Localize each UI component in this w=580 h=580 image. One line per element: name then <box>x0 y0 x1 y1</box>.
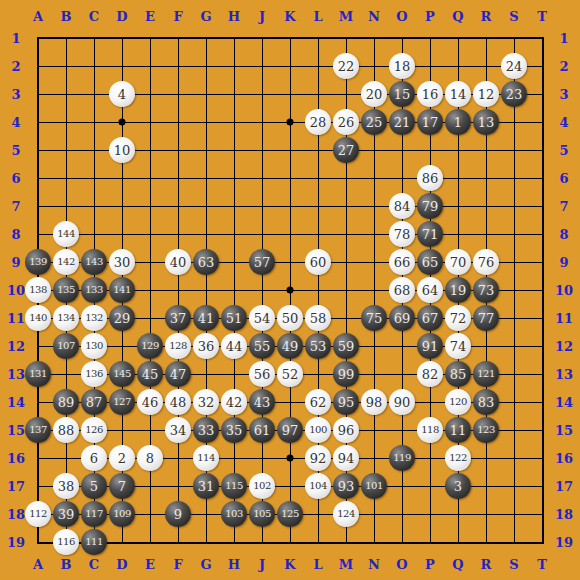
stone-black-M5[interactable]: 27 <box>333 137 359 163</box>
move-number: 46 <box>142 396 159 409</box>
move-number: 145 <box>113 369 131 379</box>
move-number: 92 <box>310 452 327 465</box>
stone-black-R11[interactable]: 77 <box>473 305 499 331</box>
stone-white-G14[interactable]: 32 <box>193 389 219 415</box>
stone-black-C18[interactable]: 117 <box>81 501 107 527</box>
move-number: 144 <box>57 229 75 239</box>
row-label-right-19: 19 <box>555 536 573 549</box>
move-number: 71 <box>422 228 439 241</box>
stone-white-O10[interactable]: 68 <box>389 277 415 303</box>
col-label-bottom-D: D <box>116 558 127 571</box>
stone-black-H17[interactable]: 115 <box>221 473 247 499</box>
move-number: 50 <box>282 312 299 325</box>
stone-white-J11[interactable]: 54 <box>249 305 275 331</box>
stone-white-D9[interactable]: 30 <box>109 249 135 275</box>
row-label-right-17: 17 <box>555 480 573 493</box>
move-number: 85 <box>450 368 467 381</box>
move-number: 52 <box>282 368 299 381</box>
stone-white-Q14[interactable]: 120 <box>445 389 471 415</box>
col-label-bottom-F: F <box>173 558 182 571</box>
stone-black-B14[interactable]: 89 <box>53 389 79 415</box>
move-number: 41 <box>198 312 215 325</box>
stone-white-H12[interactable]: 44 <box>221 333 247 359</box>
stone-white-A11[interactable]: 140 <box>25 305 51 331</box>
row-label-right-14: 14 <box>555 396 573 409</box>
stone-white-L11[interactable]: 58 <box>305 305 331 331</box>
stone-black-D18[interactable]: 109 <box>109 501 135 527</box>
move-number: 101 <box>365 481 383 491</box>
move-number: 35 <box>226 424 243 437</box>
stone-black-M17[interactable]: 93 <box>333 473 359 499</box>
stone-black-G11[interactable]: 41 <box>193 305 219 331</box>
stone-black-Q13[interactable]: 85 <box>445 361 471 387</box>
row-label-left-6: 6 <box>11 172 20 185</box>
col-label-bottom-J: J <box>259 558 265 571</box>
move-number: 22 <box>338 60 355 73</box>
stone-black-H15[interactable]: 35 <box>221 417 247 443</box>
move-number: 133 <box>85 285 103 295</box>
move-number: 136 <box>85 369 103 379</box>
move-number: 24 <box>506 60 523 73</box>
stone-white-L4[interactable]: 28 <box>305 109 331 135</box>
stone-white-J17[interactable]: 102 <box>249 473 275 499</box>
move-number: 77 <box>478 312 495 325</box>
stone-white-N14[interactable]: 98 <box>361 389 387 415</box>
stone-black-N11[interactable]: 75 <box>361 305 387 331</box>
col-label-top-T: T <box>537 10 547 23</box>
row-label-left-14: 14 <box>7 396 25 409</box>
stone-white-M16[interactable]: 94 <box>333 445 359 471</box>
stone-white-K13[interactable]: 52 <box>277 361 303 387</box>
stone-black-D13[interactable]: 145 <box>109 361 135 387</box>
move-number: 61 <box>254 424 271 437</box>
move-number: 137 <box>29 425 47 435</box>
move-number: 59 <box>338 340 355 353</box>
stone-white-O7[interactable]: 84 <box>389 193 415 219</box>
move-number: 73 <box>478 284 495 297</box>
stone-white-G16[interactable]: 114 <box>193 445 219 471</box>
move-number: 54 <box>254 312 271 325</box>
col-label-top-D: D <box>116 10 127 23</box>
move-number: 129 <box>141 341 159 351</box>
col-label-top-L: L <box>313 10 322 23</box>
stone-black-N17[interactable]: 101 <box>361 473 387 499</box>
col-label-top-J: J <box>259 10 265 23</box>
stone-white-K11[interactable]: 50 <box>277 305 303 331</box>
row-label-right-4: 4 <box>559 116 568 129</box>
move-number: 31 <box>198 480 215 493</box>
stone-black-R10[interactable]: 73 <box>473 277 499 303</box>
move-number: 105 <box>253 509 271 519</box>
move-number: 131 <box>29 369 47 379</box>
stone-white-C16[interactable]: 6 <box>81 445 107 471</box>
stone-white-Q12[interactable]: 74 <box>445 333 471 359</box>
stone-white-H14[interactable]: 42 <box>221 389 247 415</box>
stone-black-F11[interactable]: 37 <box>165 305 191 331</box>
move-number: 83 <box>478 396 495 409</box>
stone-black-P9[interactable]: 65 <box>417 249 443 275</box>
col-label-bottom-C: C <box>89 558 99 571</box>
stone-black-L12[interactable]: 53 <box>305 333 331 359</box>
stone-black-Q17[interactable]: 3 <box>445 473 471 499</box>
row-label-left-5: 5 <box>11 144 20 157</box>
move-number: 10 <box>114 144 131 157</box>
move-number: 34 <box>170 424 187 437</box>
stone-black-J9[interactable]: 57 <box>249 249 275 275</box>
stone-white-P15[interactable]: 118 <box>417 417 443 443</box>
stone-black-R13[interactable]: 121 <box>473 361 499 387</box>
stone-white-B11[interactable]: 134 <box>53 305 79 331</box>
stone-black-H18[interactable]: 103 <box>221 501 247 527</box>
stone-white-F14[interactable]: 48 <box>165 389 191 415</box>
move-number: 141 <box>113 285 131 295</box>
stone-black-F18[interactable]: 9 <box>165 501 191 527</box>
col-label-bottom-E: E <box>145 558 155 571</box>
stone-white-E14[interactable]: 46 <box>137 389 163 415</box>
stone-black-P8[interactable]: 71 <box>417 221 443 247</box>
stone-black-J18[interactable]: 105 <box>249 501 275 527</box>
move-number: 86 <box>422 172 439 185</box>
stone-white-N3[interactable]: 20 <box>361 81 387 107</box>
stone-black-C14[interactable]: 87 <box>81 389 107 415</box>
stone-black-F13[interactable]: 47 <box>165 361 191 387</box>
stone-black-Q4[interactable]: 1 <box>445 109 471 135</box>
stone-black-P7[interactable]: 79 <box>417 193 443 219</box>
move-number: 134 <box>57 313 75 323</box>
stone-black-K15[interactable]: 97 <box>277 417 303 443</box>
move-number: 130 <box>85 341 103 351</box>
row-label-left-2: 2 <box>11 60 20 73</box>
move-number: 23 <box>506 88 523 101</box>
stone-white-L9[interactable]: 60 <box>305 249 331 275</box>
move-number: 12 <box>478 88 495 101</box>
move-number: 78 <box>394 228 411 241</box>
move-number: 55 <box>254 340 271 353</box>
move-number: 94 <box>338 452 355 465</box>
stone-white-R3[interactable]: 12 <box>473 81 499 107</box>
stone-white-O14[interactable]: 90 <box>389 389 415 415</box>
stone-black-A15[interactable]: 137 <box>25 417 51 443</box>
stone-black-J15[interactable]: 61 <box>249 417 275 443</box>
col-label-bottom-Q: Q <box>452 558 463 571</box>
col-label-top-Q: Q <box>452 10 463 23</box>
stone-black-P11[interactable]: 67 <box>417 305 443 331</box>
move-number: 39 <box>58 508 75 521</box>
stone-white-M2[interactable]: 22 <box>333 53 359 79</box>
move-number: 88 <box>58 424 75 437</box>
move-number: 98 <box>366 396 383 409</box>
stone-black-E12[interactable]: 129 <box>137 333 163 359</box>
stone-white-B19[interactable]: 116 <box>53 529 79 555</box>
stone-black-C17[interactable]: 5 <box>81 473 107 499</box>
stone-white-B9[interactable]: 142 <box>53 249 79 275</box>
move-number: 40 <box>170 256 187 269</box>
stone-white-P3[interactable]: 16 <box>417 81 443 107</box>
move-number: 135 <box>57 285 75 295</box>
stone-black-A13[interactable]: 131 <box>25 361 51 387</box>
stone-black-Q10[interactable]: 19 <box>445 277 471 303</box>
col-label-bottom-O: O <box>396 558 407 571</box>
stone-white-Q3[interactable]: 14 <box>445 81 471 107</box>
col-label-bottom-M: M <box>339 558 353 571</box>
stone-white-B8[interactable]: 144 <box>53 221 79 247</box>
row-label-right-15: 15 <box>555 424 573 437</box>
stone-black-B12[interactable]: 107 <box>53 333 79 359</box>
stone-white-B17[interactable]: 38 <box>53 473 79 499</box>
col-label-top-P: P <box>425 10 435 23</box>
col-label-bottom-N: N <box>368 558 380 571</box>
stone-white-D3[interactable]: 4 <box>109 81 135 107</box>
col-label-top-H: H <box>228 10 240 23</box>
stone-black-M13[interactable]: 99 <box>333 361 359 387</box>
stone-white-L16[interactable]: 92 <box>305 445 331 471</box>
col-label-top-B: B <box>61 10 72 23</box>
row-label-right-9: 9 <box>559 256 568 269</box>
stone-black-B10[interactable]: 135 <box>53 277 79 303</box>
stone-white-P10[interactable]: 64 <box>417 277 443 303</box>
stone-black-K12[interactable]: 49 <box>277 333 303 359</box>
move-number: 64 <box>422 284 439 297</box>
move-number: 123 <box>477 425 495 435</box>
stone-white-L17[interactable]: 104 <box>305 473 331 499</box>
move-number: 3 <box>454 480 462 493</box>
move-number: 87 <box>86 396 103 409</box>
move-number: 33 <box>198 424 215 437</box>
row-label-left-11: 11 <box>7 312 25 325</box>
move-number: 90 <box>394 396 411 409</box>
col-label-bottom-H: H <box>228 558 240 571</box>
move-number: 63 <box>198 256 215 269</box>
move-number: 95 <box>338 396 355 409</box>
move-number: 97 <box>282 424 299 437</box>
stone-black-R4[interactable]: 13 <box>473 109 499 135</box>
stone-black-S3[interactable]: 23 <box>501 81 527 107</box>
row-label-left-3: 3 <box>11 88 20 101</box>
move-number: 132 <box>85 313 103 323</box>
row-label-left-16: 16 <box>7 452 25 465</box>
move-number: 60 <box>310 256 327 269</box>
move-number: 99 <box>338 368 355 381</box>
stone-black-D11[interactable]: 29 <box>109 305 135 331</box>
stone-white-R9[interactable]: 76 <box>473 249 499 275</box>
move-number: 72 <box>450 312 467 325</box>
stone-white-F12[interactable]: 128 <box>165 333 191 359</box>
col-label-bottom-T: T <box>537 558 547 571</box>
star-point-K16 <box>287 455 294 462</box>
move-number: 96 <box>338 424 355 437</box>
stone-black-D10[interactable]: 141 <box>109 277 135 303</box>
row-label-right-5: 5 <box>559 144 568 157</box>
stone-black-G9[interactable]: 63 <box>193 249 219 275</box>
stone-black-M14[interactable]: 95 <box>333 389 359 415</box>
stone-white-O8[interactable]: 78 <box>389 221 415 247</box>
stone-black-K18[interactable]: 125 <box>277 501 303 527</box>
stone-black-Q15[interactable]: 11 <box>445 417 471 443</box>
move-number: 48 <box>170 396 187 409</box>
move-number: 89 <box>58 396 75 409</box>
move-number: 2 <box>118 452 126 465</box>
col-label-top-K: K <box>284 10 295 23</box>
move-number: 19 <box>450 284 467 297</box>
move-number: 124 <box>337 509 355 519</box>
move-number: 14 <box>450 88 467 101</box>
stone-black-B18[interactable]: 39 <box>53 501 79 527</box>
stone-black-R14[interactable]: 83 <box>473 389 499 415</box>
stone-white-A18[interactable]: 112 <box>25 501 51 527</box>
stone-black-J14[interactable]: 43 <box>249 389 275 415</box>
row-label-right-13: 13 <box>555 368 573 381</box>
row-label-right-3: 3 <box>559 88 568 101</box>
stone-black-C19[interactable]: 111 <box>81 529 107 555</box>
stone-black-H11[interactable]: 51 <box>221 305 247 331</box>
stone-white-P13[interactable]: 82 <box>417 361 443 387</box>
stone-white-A10[interactable]: 138 <box>25 277 51 303</box>
move-number: 11 <box>450 424 467 437</box>
move-number: 84 <box>394 200 411 213</box>
move-number: 5 <box>90 480 98 493</box>
stone-white-Q11[interactable]: 72 <box>445 305 471 331</box>
move-number: 117 <box>85 509 103 519</box>
stone-white-M4[interactable]: 26 <box>333 109 359 135</box>
move-number: 127 <box>113 397 131 407</box>
stone-white-C13[interactable]: 136 <box>81 361 107 387</box>
move-number: 47 <box>170 368 187 381</box>
stone-white-F9[interactable]: 40 <box>165 249 191 275</box>
stone-black-D17[interactable]: 7 <box>109 473 135 499</box>
stone-white-D5[interactable]: 10 <box>109 137 135 163</box>
row-label-right-10: 10 <box>555 284 573 297</box>
col-label-top-F: F <box>173 10 182 23</box>
move-number: 65 <box>422 256 439 269</box>
move-number: 66 <box>394 256 411 269</box>
stone-white-Q16[interactable]: 122 <box>445 445 471 471</box>
move-number: 93 <box>338 480 355 493</box>
col-label-bottom-R: R <box>481 558 492 571</box>
stone-white-C11[interactable]: 132 <box>81 305 107 331</box>
move-number: 115 <box>225 481 243 491</box>
move-number: 143 <box>85 257 103 267</box>
row-label-right-8: 8 <box>559 228 568 241</box>
stone-black-D14[interactable]: 127 <box>109 389 135 415</box>
stone-white-S2[interactable]: 24 <box>501 53 527 79</box>
move-number: 13 <box>478 116 495 129</box>
stone-white-J13[interactable]: 56 <box>249 361 275 387</box>
row-label-right-1: 1 <box>559 32 568 45</box>
col-label-top-S: S <box>509 10 518 23</box>
col-label-bottom-P: P <box>425 558 435 571</box>
stone-black-J12[interactable]: 55 <box>249 333 275 359</box>
move-number: 6 <box>90 452 98 465</box>
stone-white-C15[interactable]: 126 <box>81 417 107 443</box>
go-board[interactable]: ABCDEFGHJKLMNOPQRST ABCDEFGHJKLMNOPQRST … <box>0 0 580 580</box>
stone-black-C9[interactable]: 143 <box>81 249 107 275</box>
col-label-top-E: E <box>145 10 155 23</box>
row-label-left-13: 13 <box>7 368 25 381</box>
row-label-right-6: 6 <box>559 172 568 185</box>
stone-white-Q9[interactable]: 70 <box>445 249 471 275</box>
move-number: 8 <box>146 452 154 465</box>
move-number: 29 <box>114 312 131 325</box>
stone-white-M15[interactable]: 96 <box>333 417 359 443</box>
stone-black-O4[interactable]: 21 <box>389 109 415 135</box>
row-label-right-2: 2 <box>559 60 568 73</box>
stone-white-L14[interactable]: 62 <box>305 389 331 415</box>
move-number: 121 <box>477 369 495 379</box>
col-label-top-G: G <box>200 10 211 23</box>
move-number: 125 <box>281 509 299 519</box>
move-number: 107 <box>57 341 75 351</box>
col-label-bottom-L: L <box>313 558 322 571</box>
move-number: 82 <box>422 368 439 381</box>
stone-black-A9[interactable]: 139 <box>25 249 51 275</box>
stone-white-O2[interactable]: 18 <box>389 53 415 79</box>
move-number: 119 <box>393 453 411 463</box>
stone-black-O11[interactable]: 69 <box>389 305 415 331</box>
stone-black-G15[interactable]: 33 <box>193 417 219 443</box>
stone-black-M12[interactable]: 59 <box>333 333 359 359</box>
grid-line-v <box>514 38 515 543</box>
row-label-right-7: 7 <box>559 200 568 213</box>
row-label-right-18: 18 <box>555 508 573 521</box>
stone-black-P4[interactable]: 17 <box>417 109 443 135</box>
stone-black-G17[interactable]: 31 <box>193 473 219 499</box>
move-number: 53 <box>310 340 327 353</box>
stone-white-L15[interactable]: 100 <box>305 417 331 443</box>
move-number: 128 <box>169 341 187 351</box>
stone-black-O16[interactable]: 119 <box>389 445 415 471</box>
move-number: 109 <box>113 509 131 519</box>
move-number: 45 <box>142 368 159 381</box>
move-number: 57 <box>254 256 271 269</box>
stone-black-E13[interactable]: 45 <box>137 361 163 387</box>
row-label-right-12: 12 <box>555 340 573 353</box>
row-label-right-16: 16 <box>555 452 573 465</box>
stone-white-E16[interactable]: 8 <box>137 445 163 471</box>
stone-white-M18[interactable]: 124 <box>333 501 359 527</box>
move-number: 30 <box>114 256 131 269</box>
col-label-top-O: O <box>396 10 407 23</box>
row-label-right-11: 11 <box>555 312 573 325</box>
row-label-left-7: 7 <box>11 200 20 213</box>
row-label-left-19: 19 <box>7 536 25 549</box>
stone-white-C12[interactable]: 130 <box>81 333 107 359</box>
move-number: 69 <box>394 312 411 325</box>
stone-black-N4[interactable]: 25 <box>361 109 387 135</box>
move-number: 16 <box>422 88 439 101</box>
stone-black-P12[interactable]: 91 <box>417 333 443 359</box>
move-number: 67 <box>422 312 439 325</box>
stone-white-P6[interactable]: 86 <box>417 165 443 191</box>
stone-black-C10[interactable]: 133 <box>81 277 107 303</box>
move-number: 25 <box>366 116 383 129</box>
stone-white-D16[interactable]: 2 <box>109 445 135 471</box>
stone-black-R15[interactable]: 123 <box>473 417 499 443</box>
stone-black-O3[interactable]: 15 <box>389 81 415 107</box>
row-label-left-1: 1 <box>11 32 20 45</box>
move-number: 104 <box>309 481 327 491</box>
stone-white-G12[interactable]: 36 <box>193 333 219 359</box>
move-number: 37 <box>170 312 187 325</box>
move-number: 42 <box>226 396 243 409</box>
stone-white-B15[interactable]: 88 <box>53 417 79 443</box>
move-number: 62 <box>310 396 327 409</box>
col-label-top-A: A <box>33 10 43 23</box>
move-number: 122 <box>449 453 467 463</box>
col-label-top-C: C <box>89 10 99 23</box>
col-label-bottom-S: S <box>509 558 518 571</box>
stone-white-F15[interactable]: 34 <box>165 417 191 443</box>
stone-white-O9[interactable]: 66 <box>389 249 415 275</box>
